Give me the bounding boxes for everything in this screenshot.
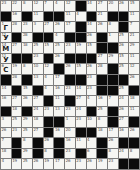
white-cell[interactable]: 25 xyxy=(119,86,129,96)
cell-number: 26 xyxy=(23,96,28,101)
white-cell[interactable]: 7 xyxy=(108,96,118,106)
white-cell[interactable]: 11 xyxy=(65,12,75,22)
cell-number: 10 xyxy=(34,64,39,69)
white-cell[interactable]: 21 xyxy=(97,12,107,22)
white-cell[interactable]: 15 xyxy=(76,64,86,74)
white-cell[interactable]: 25 xyxy=(97,107,107,117)
black-cell xyxy=(1,107,11,117)
cell-number: 25 xyxy=(23,159,28,164)
cell-number: 15 xyxy=(119,54,124,59)
white-cell[interactable]: 27 xyxy=(44,22,54,32)
white-cell[interactable]: 26 xyxy=(129,128,139,138)
black-cell xyxy=(76,128,86,138)
white-cell[interactable]: 10 xyxy=(87,117,97,127)
cell-number: 11 xyxy=(130,54,135,59)
cell-number: 23 xyxy=(66,107,71,112)
cell-number: 17 xyxy=(55,159,60,164)
white-cell[interactable]: 25 xyxy=(54,43,64,53)
cell-number: 26 xyxy=(98,22,103,27)
white-cell[interactable]: 15 xyxy=(87,43,97,53)
white-cell[interactable]: 25 xyxy=(22,128,32,138)
white-cell[interactable]: 17 xyxy=(65,22,75,32)
white-cell[interactable]: 23 xyxy=(65,107,75,117)
cell-number: 16 xyxy=(55,86,60,91)
white-cell[interactable]: 23 xyxy=(87,75,97,85)
cell-number: 17 xyxy=(55,75,60,80)
cell-number: 25 xyxy=(119,33,124,38)
white-cell[interactable]: 26 xyxy=(119,107,129,117)
cell-number: 4 xyxy=(87,138,89,143)
white-cell[interactable]: 4 xyxy=(87,96,97,106)
cell-number: 25 xyxy=(55,43,60,48)
black-cell xyxy=(87,12,97,22)
white-cell[interactable]: 23 xyxy=(76,159,86,169)
white-cell[interactable]: 16 xyxy=(1,96,11,106)
white-cell[interactable]: 3 xyxy=(33,22,43,32)
white-cell[interactable]: 14 xyxy=(1,86,11,96)
white-cell[interactable]: 18 xyxy=(97,128,107,138)
white-cell[interactable]: 8 xyxy=(129,149,139,159)
white-cell[interactable]: 27 xyxy=(97,54,107,64)
white-cell[interactable]: 1 xyxy=(65,117,75,127)
cell-number: 26 xyxy=(119,107,124,112)
cell-number: 29 xyxy=(108,54,113,59)
cell-number: 27 xyxy=(34,128,39,133)
cell-number: 29 xyxy=(23,117,28,122)
cell-number: 25 xyxy=(34,43,39,48)
cell-number: 15 xyxy=(130,1,135,6)
white-cell[interactable]: 16 xyxy=(54,128,64,138)
white-cell[interactable]: 11 xyxy=(76,138,86,148)
white-cell[interactable]: 11 xyxy=(54,96,64,106)
white-cell[interactable]: 18 xyxy=(1,149,11,159)
white-cell[interactable]: 23 xyxy=(44,107,54,117)
white-cell[interactable]: 16 xyxy=(119,128,129,138)
white-cell[interactable]: 25 xyxy=(22,159,32,169)
cell-number: 27 xyxy=(76,96,81,101)
cell-number: 7 xyxy=(2,138,4,143)
cell-number: 4 xyxy=(55,1,57,6)
white-cell[interactable]: 7 xyxy=(1,138,11,148)
white-cell[interactable]: 12 xyxy=(65,1,75,11)
white-cell[interactable]: 29 xyxy=(108,54,118,64)
white-cell[interactable]: 4 xyxy=(54,1,64,11)
cell-number: 23 xyxy=(66,149,71,154)
white-cell[interactable]: 8 xyxy=(108,149,118,159)
black-cell xyxy=(87,128,97,138)
white-cell[interactable]: 18 xyxy=(129,96,139,106)
white-cell[interactable]: 4 xyxy=(76,12,86,22)
cell-number: 25 xyxy=(119,86,124,91)
white-cell[interactable]: 6 xyxy=(87,149,97,159)
letter-cell[interactable]: 11У xyxy=(1,33,11,43)
white-cell[interactable]: 21 xyxy=(129,33,139,43)
white-cell[interactable]: 4 xyxy=(44,75,54,85)
cell-number: 26 xyxy=(34,159,39,164)
white-cell[interactable]: 29 xyxy=(129,43,139,53)
black-cell xyxy=(119,138,129,148)
cell-number: 27 xyxy=(44,22,49,27)
cell-number: 8 xyxy=(98,117,100,122)
white-cell[interactable]: 23 xyxy=(65,149,75,159)
white-cell[interactable]: 1 xyxy=(108,33,118,43)
cell-number: 14 xyxy=(2,86,7,91)
white-cell[interactable]: 26 xyxy=(119,43,129,53)
white-cell[interactable]: 26 xyxy=(65,64,75,74)
white-cell[interactable]: 26 xyxy=(87,64,97,74)
black-cell xyxy=(119,159,129,169)
white-cell[interactable]: 26 xyxy=(54,22,64,32)
white-cell[interactable]: 24 xyxy=(119,149,129,159)
cell-number: 10 xyxy=(87,117,92,122)
black-cell xyxy=(76,1,86,11)
cell-letter: Г xyxy=(1,22,11,32)
cell-number: 27 xyxy=(34,96,39,101)
black-cell xyxy=(1,12,11,22)
black-cell xyxy=(76,22,86,32)
cell-letter: У xyxy=(1,54,11,64)
white-cell[interactable]: 29 xyxy=(22,117,32,127)
white-cell[interactable]: 23 xyxy=(22,22,32,32)
black-cell xyxy=(108,64,118,74)
cell-number: 26 xyxy=(130,128,135,133)
white-cell[interactable]: 8 xyxy=(22,1,32,11)
white-cell[interactable]: 14 xyxy=(76,86,86,96)
cell-number: 11 xyxy=(130,107,135,112)
white-cell[interactable]: 7 xyxy=(129,22,139,32)
white-cell[interactable]: 13 xyxy=(54,107,64,117)
cell-number: 26 xyxy=(55,22,60,27)
cell-number: 8 xyxy=(23,1,25,6)
cell-number: 14 xyxy=(76,86,81,91)
white-cell[interactable]: 4 xyxy=(44,86,54,96)
white-cell[interactable]: 23 xyxy=(108,159,118,169)
cell-number: 3 xyxy=(34,22,36,27)
cell-number: 28 xyxy=(12,22,17,27)
white-cell[interactable]: 25 xyxy=(12,117,22,127)
white-cell[interactable]: 24 xyxy=(76,107,86,117)
white-cell[interactable]: 8 xyxy=(22,138,32,148)
cell-number: 23 xyxy=(108,159,113,164)
cell-number: 12 xyxy=(34,1,39,6)
black-cell xyxy=(12,149,22,159)
white-cell[interactable]: 16 xyxy=(97,96,107,106)
cell-number: 18 xyxy=(23,43,28,48)
white-cell[interactable]: 11 xyxy=(33,12,43,22)
cell-number: 28 xyxy=(12,75,17,80)
white-cell[interactable]: 4 xyxy=(54,33,64,43)
black-cell xyxy=(44,54,54,64)
black-cell xyxy=(76,75,86,85)
cell-number: 21 xyxy=(98,12,103,17)
cell-number: 26 xyxy=(55,54,60,59)
cell-number: 23 xyxy=(76,117,81,122)
white-cell[interactable]: 28 xyxy=(12,22,22,32)
black-cell xyxy=(129,117,139,127)
white-cell[interactable]: 23 xyxy=(12,128,22,138)
cell-number: 11 xyxy=(55,96,60,101)
white-cell[interactable]: 23 xyxy=(87,86,97,96)
white-cell[interactable]: 27 xyxy=(76,96,86,106)
white-cell[interactable]: 11 xyxy=(129,107,139,117)
black-cell xyxy=(22,75,32,85)
white-cell[interactable]: 19 xyxy=(97,159,107,169)
cell-number: 6 xyxy=(87,149,89,154)
white-cell[interactable]: 10 xyxy=(33,64,43,74)
cell-number: 26 xyxy=(119,43,124,48)
cell-number: 20 xyxy=(66,128,71,133)
white-cell[interactable]: 26 xyxy=(44,138,54,148)
cell-number: 26 xyxy=(66,159,71,164)
white-cell[interactable]: 26 xyxy=(87,33,97,43)
white-cell[interactable]: 14 xyxy=(87,1,97,11)
black-cell xyxy=(65,75,75,85)
cell-number: 28 xyxy=(98,64,103,69)
black-cell xyxy=(22,107,32,117)
white-cell[interactable]: 16 xyxy=(65,138,75,148)
black-cell xyxy=(119,12,129,22)
white-cell[interactable]: 24 xyxy=(33,107,43,117)
white-cell[interactable]: 23 xyxy=(33,54,43,64)
cell-number: 28 xyxy=(23,33,28,38)
white-cell[interactable]: 27 xyxy=(33,96,43,106)
cell-number: 7 xyxy=(44,1,46,6)
black-cell xyxy=(12,86,22,96)
white-cell[interactable]: 27 xyxy=(33,128,43,138)
cell-number: 26 xyxy=(2,128,7,133)
cell-number: 14 xyxy=(87,1,92,6)
white-cell[interactable]: 22 xyxy=(12,1,22,11)
white-cell[interactable]: 17 xyxy=(108,128,118,138)
white-cell[interactable]: 12 xyxy=(33,1,43,11)
cell-number: 19 xyxy=(98,159,103,164)
letter-cell[interactable]: 1Г xyxy=(1,22,11,32)
white-cell[interactable]: 18 xyxy=(22,43,32,53)
white-cell[interactable]: 16 xyxy=(54,86,64,96)
white-cell[interactable]: 13 xyxy=(33,75,43,85)
black-cell xyxy=(97,149,107,159)
letter-cell[interactable]: 11У xyxy=(1,54,11,64)
cell-number: 27 xyxy=(119,117,124,122)
cell-number: 8 xyxy=(130,149,132,154)
cell-number: 29 xyxy=(23,149,28,154)
white-cell[interactable]: 25 xyxy=(119,64,129,74)
white-cell[interactable]: 11 xyxy=(129,12,139,22)
cell-number: 18 xyxy=(2,149,7,154)
white-cell[interactable]: 7 xyxy=(44,1,54,11)
cell-letter: М xyxy=(1,43,11,53)
cell-number: 4 xyxy=(44,86,46,91)
cell-number: 19 xyxy=(12,64,17,69)
white-cell[interactable]: 15 xyxy=(44,43,54,53)
white-cell[interactable]: 17 xyxy=(54,75,64,85)
white-cell[interactable]: 27 xyxy=(12,96,22,106)
white-cell[interactable]: 28 xyxy=(12,75,22,85)
black-cell xyxy=(12,54,22,64)
white-cell[interactable]: 26 xyxy=(129,75,139,85)
white-cell[interactable]: 26 xyxy=(108,138,118,148)
black-cell xyxy=(33,86,43,96)
white-cell[interactable]: 20 xyxy=(108,1,118,11)
cell-number: 12 xyxy=(130,64,135,69)
white-cell[interactable]: 18 xyxy=(33,117,43,127)
black-cell xyxy=(97,138,107,148)
cell-number: 11 xyxy=(34,12,39,17)
black-cell xyxy=(44,117,54,127)
letter-cell[interactable]: 6С xyxy=(1,64,11,74)
black-cell xyxy=(97,33,107,43)
cell-number: 24 xyxy=(76,107,81,112)
cell-number: 8 xyxy=(108,22,110,27)
black-cell xyxy=(87,107,97,117)
white-cell[interactable]: 16 xyxy=(12,12,22,22)
white-cell[interactable]: 27 xyxy=(97,1,107,11)
white-cell[interactable]: 11 xyxy=(129,54,139,64)
white-cell[interactable]: 27 xyxy=(119,117,129,127)
cell-number: 26 xyxy=(87,64,92,69)
white-cell[interactable]: 8 xyxy=(22,64,32,74)
cell-number: 15 xyxy=(23,86,28,91)
cell-number: 19 xyxy=(12,159,17,164)
cell-number: 4 xyxy=(87,96,89,101)
cell-number: 20 xyxy=(108,1,113,6)
white-cell[interactable]: 24 xyxy=(119,96,129,106)
cell-number: 1 xyxy=(66,117,68,122)
cell-number: 19 xyxy=(44,159,49,164)
white-cell[interactable]: 25 xyxy=(119,33,129,43)
white-cell[interactable]: 23 xyxy=(1,1,11,11)
white-cell[interactable]: 8 xyxy=(97,117,107,127)
black-cell xyxy=(108,12,118,22)
black-cell xyxy=(22,54,32,64)
white-cell[interactable]: 26 xyxy=(54,54,64,64)
white-cell[interactable]: 12 xyxy=(44,64,54,74)
white-cell[interactable]: 26 xyxy=(87,159,97,169)
cell-number: 27 xyxy=(98,54,103,59)
black-cell xyxy=(87,54,97,64)
codeword-grid: 232281274121427202615161111421111Г282332… xyxy=(0,0,140,170)
cell-number: 19 xyxy=(76,43,81,48)
white-cell[interactable]: 8 xyxy=(44,149,54,159)
white-cell[interactable]: 23 xyxy=(65,86,75,96)
cell-number: 26 xyxy=(87,33,92,38)
black-cell xyxy=(76,54,86,64)
white-cell[interactable]: 25 xyxy=(33,43,43,53)
white-cell[interactable]: 23 xyxy=(65,43,75,53)
black-cell xyxy=(108,107,118,117)
white-cell[interactable]: 19 xyxy=(12,159,22,169)
cell-number: 23 xyxy=(2,1,7,6)
white-cell[interactable]: 18 xyxy=(12,107,22,117)
black-cell xyxy=(119,75,129,85)
black-cell xyxy=(65,96,75,106)
cell-number: 4 xyxy=(55,33,57,38)
cell-number: 11 xyxy=(66,12,71,17)
white-cell[interactable]: 27 xyxy=(12,43,22,53)
cell-number: 11 xyxy=(130,12,135,17)
cell-number: 26 xyxy=(130,75,135,80)
black-cell xyxy=(119,22,129,32)
white-cell[interactable]: 26 xyxy=(119,1,129,11)
white-cell[interactable]: 26 xyxy=(1,128,11,138)
cell-number: 13 xyxy=(34,75,39,80)
cell-number: 24 xyxy=(34,107,39,112)
cell-number: 15 xyxy=(76,64,81,69)
cell-number: 21 xyxy=(130,33,135,38)
black-cell xyxy=(76,149,86,159)
white-cell[interactable]: 14 xyxy=(87,22,97,32)
cell-number: 26 xyxy=(44,138,49,143)
black-cell xyxy=(108,86,118,96)
black-cell xyxy=(129,86,139,96)
cell-letter: У xyxy=(1,33,11,43)
black-cell xyxy=(33,149,43,159)
white-cell[interactable]: 29 xyxy=(22,149,32,159)
black-cell xyxy=(108,117,118,127)
white-cell[interactable]: 15 xyxy=(22,86,32,96)
white-cell[interactable]: 19 xyxy=(76,43,86,53)
cell-number: 8 xyxy=(23,138,25,143)
white-cell[interactable]: 15 xyxy=(129,1,139,11)
white-cell[interactable]: 17 xyxy=(54,159,64,169)
black-cell xyxy=(33,33,43,43)
cell-letter: С xyxy=(1,64,11,74)
cell-number: 16 xyxy=(98,96,103,101)
letter-cell[interactable]: 14М xyxy=(1,43,11,53)
cell-number: 3 xyxy=(2,117,4,122)
black-cell xyxy=(65,54,75,64)
black-cell xyxy=(108,43,118,53)
white-cell[interactable]: 3 xyxy=(1,117,11,127)
cell-number: 16 xyxy=(66,138,71,143)
cell-number: 23 xyxy=(76,159,81,164)
white-cell[interactable]: 8 xyxy=(108,22,118,32)
white-cell[interactable]: 26 xyxy=(65,159,75,169)
cell-number: 1 xyxy=(108,33,110,38)
cell-number: 13 xyxy=(55,107,60,112)
cell-number: 17 xyxy=(66,22,71,27)
cell-number: 15 xyxy=(44,43,49,48)
black-cell xyxy=(129,159,139,169)
cell-number: 23 xyxy=(66,86,71,91)
white-cell[interactable]: 28 xyxy=(22,33,32,43)
cell-number: 16 xyxy=(119,128,124,133)
white-cell[interactable]: 23 xyxy=(76,117,86,127)
white-cell[interactable]: 4 xyxy=(1,159,11,169)
white-cell[interactable]: 15 xyxy=(119,54,129,64)
cell-number: 17 xyxy=(108,128,113,133)
white-cell[interactable]: 19 xyxy=(12,64,22,74)
white-cell[interactable]: 28 xyxy=(97,64,107,74)
cell-number: 16 xyxy=(2,96,7,101)
black-cell xyxy=(33,138,43,148)
cell-number: 29 xyxy=(130,43,135,48)
black-cell xyxy=(54,138,64,148)
cell-number: 25 xyxy=(119,64,124,69)
cell-number: 18 xyxy=(12,107,17,112)
white-cell[interactable]: 26 xyxy=(33,159,43,169)
cell-number: 23 xyxy=(12,128,17,133)
cell-number: 15 xyxy=(87,43,92,48)
black-cell xyxy=(12,33,22,43)
white-cell[interactable]: 4 xyxy=(87,138,97,148)
white-cell[interactable]: 20 xyxy=(65,128,75,138)
white-cell[interactable]: 26 xyxy=(97,22,107,32)
cell-number: 22 xyxy=(12,1,17,6)
white-cell[interactable]: 19 xyxy=(44,159,54,169)
white-cell[interactable]: 12 xyxy=(129,64,139,74)
white-cell[interactable]: 26 xyxy=(22,96,32,106)
